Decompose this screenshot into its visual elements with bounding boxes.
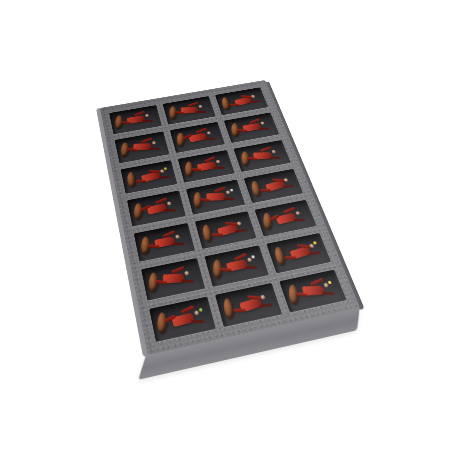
- miniature-limb: [196, 111, 206, 113]
- miniature-body: [147, 227, 193, 256]
- foam-tray: [100, 80, 360, 355]
- miniature-mhead: [295, 211, 300, 215]
- miniature-body: [127, 135, 167, 157]
- miniature-limb: [245, 266, 257, 269]
- tray-slot-r1c3: [215, 87, 268, 115]
- tray-slot-r5c1: [134, 223, 195, 262]
- tray-slot-r3c1: [121, 160, 178, 194]
- miniature: [180, 151, 233, 181]
- miniature-mhead: [207, 131, 211, 134]
- miniature-accent-detail: [251, 255, 255, 258]
- miniature: [246, 170, 301, 201]
- miniature-limb: [223, 198, 234, 200]
- miniature: [282, 271, 344, 310]
- miniature-limb: [191, 168, 202, 171]
- miniature-accent-detail: [199, 308, 203, 311]
- miniature-body: [235, 116, 276, 138]
- miniature-limb: [220, 268, 232, 272]
- miniature-limb: [164, 209, 175, 211]
- tray-slot-r7c1: [149, 296, 216, 342]
- miniature-body: [281, 235, 330, 267]
- miniature: [218, 285, 280, 325]
- miniature-mhead: [184, 271, 189, 276]
- miniature-body: [209, 213, 256, 244]
- miniature-limb: [200, 198, 211, 202]
- miniature-mhead: [152, 141, 156, 144]
- miniature-mhead: [145, 114, 149, 117]
- miniature: [172, 123, 223, 151]
- miniature-limb: [212, 233, 224, 236]
- miniature-limb: [259, 303, 272, 307]
- miniature-mhead: [175, 235, 180, 239]
- tray-slot-r4c3: [244, 169, 303, 203]
- miniature-limb: [229, 104, 239, 106]
- miniature-limb: [284, 257, 296, 260]
- tray-slot-r2c2: [170, 122, 225, 153]
- miniature: [226, 114, 277, 141]
- miniature-body: [182, 126, 223, 148]
- miniature-limb: [205, 138, 216, 140]
- miniature: [117, 133, 168, 161]
- tray-slot-r6c3: [266, 233, 331, 273]
- miniature-limb: [155, 280, 167, 285]
- miniature: [257, 201, 314, 234]
- miniature-body: [227, 89, 267, 112]
- miniature-limb: [233, 308, 246, 312]
- tray-slot-r4c2: [186, 179, 245, 214]
- miniature-body: [199, 184, 243, 208]
- tray-slot-r5c2: [195, 211, 257, 249]
- miniature-body: [163, 301, 212, 333]
- miniature-limb: [180, 305, 194, 314]
- miniature-limb: [173, 243, 185, 246]
- miniature-accent-detail: [163, 167, 166, 170]
- miniature-accent-detail: [327, 280, 331, 283]
- miniature-body: [218, 250, 266, 280]
- miniature-limb: [149, 148, 159, 150]
- tray-slot-r2c3: [224, 113, 279, 143]
- miniature: [136, 225, 193, 260]
- miniature-limb: [236, 229, 248, 233]
- miniature-limb: [260, 189, 271, 192]
- miniature-limb: [181, 280, 193, 283]
- tray-slot-r5c3: [255, 200, 317, 237]
- foam-tray-grid: [100, 80, 360, 355]
- miniature-limb: [127, 148, 138, 152]
- miniature-limb: [135, 180, 146, 183]
- tray-slot-r7c2: [215, 283, 282, 327]
- miniature-limb: [121, 121, 131, 124]
- miniature-limb: [247, 295, 261, 299]
- tray-slot-r2c1: [115, 132, 170, 163]
- miniature-limb: [309, 252, 321, 256]
- miniature-body: [190, 153, 233, 177]
- tray-slot-r1c1: [109, 105, 162, 134]
- miniature-mhead: [271, 150, 275, 153]
- miniature-limb: [322, 292, 335, 295]
- miniature-mhead: [167, 201, 171, 205]
- miniature-limb: [214, 186, 226, 193]
- tray-slot-r3c3: [233, 140, 290, 172]
- miniature-mhead: [260, 294, 265, 299]
- miniature-body: [246, 144, 288, 166]
- miniature-mhead: [251, 95, 255, 98]
- miniature-body: [140, 194, 184, 220]
- miniature-body: [155, 263, 202, 292]
- tray-slot-r4c1: [127, 190, 186, 226]
- tray-slot-r1c2: [163, 96, 216, 125]
- miniature-limb: [143, 120, 153, 122]
- miniature-accent-detail: [313, 241, 317, 244]
- miniature-limb: [214, 166, 225, 168]
- miniature-body: [133, 162, 176, 189]
- miniature-limb: [310, 278, 323, 286]
- miniature-limb: [250, 100, 260, 103]
- miniature-body: [267, 204, 313, 230]
- miniature: [165, 97, 214, 123]
- miniature-limb: [270, 157, 281, 159]
- miniature-body: [293, 275, 343, 305]
- miniature: [236, 141, 289, 170]
- miniature: [269, 235, 329, 271]
- tray-slot-r6c2: [205, 246, 269, 287]
- miniature-limb: [148, 244, 160, 248]
- miniature-limb: [247, 157, 258, 161]
- miniature-accent-detail: [230, 188, 233, 191]
- miniature-limb: [259, 128, 270, 130]
- miniature-limb: [175, 111, 185, 114]
- miniature-mhead: [198, 105, 202, 108]
- miniature-limb: [283, 185, 294, 188]
- miniature-body: [257, 171, 302, 199]
- miniature-body: [120, 108, 159, 130]
- tray-slot-r6c1: [141, 258, 205, 300]
- miniature-limb: [260, 146, 272, 152]
- miniature-mhead: [237, 221, 242, 225]
- miniature-body: [174, 100, 213, 120]
- miniature: [189, 181, 244, 213]
- miniature: [207, 247, 266, 284]
- miniature-limb: [191, 320, 204, 323]
- miniature-limb: [237, 129, 247, 132]
- miniature: [129, 192, 183, 225]
- miniature: [198, 213, 255, 247]
- miniature-body: [230, 285, 281, 321]
- miniature: [152, 298, 214, 339]
- miniature-limb: [158, 176, 169, 179]
- miniature-mhead: [260, 122, 264, 125]
- miniature-mhead: [216, 159, 220, 163]
- miniature-limb: [294, 219, 306, 221]
- miniature: [111, 106, 160, 133]
- miniature: [123, 161, 175, 191]
- miniature: [217, 89, 266, 114]
- product-photo-foam-tray: [0, 0, 452, 452]
- tray-slot-r7c3: [279, 269, 346, 312]
- miniature-mhead: [283, 178, 288, 182]
- miniature: [144, 260, 203, 298]
- tray-slot-r3c2: [178, 150, 235, 183]
- miniature-limb: [295, 292, 308, 297]
